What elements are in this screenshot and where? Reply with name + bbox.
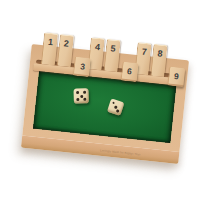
tile-number: 3 [80,61,86,71]
flipped-tiles-row: 369 [21,44,189,164]
tile-6-down[interactable]: 6 [120,62,138,83]
tile-number: 6 [127,66,133,76]
tile-number: 9 [174,71,180,81]
tile-9-down[interactable]: 9 [167,66,185,87]
scene: 124578 369 Lovingly Made for Bigjigs Toy… [0,0,200,200]
tile-3-down[interactable]: 3 [73,57,91,78]
shut-the-box-board: 124578 369 Lovingly Made for Bigjigs Toy… [21,44,189,164]
